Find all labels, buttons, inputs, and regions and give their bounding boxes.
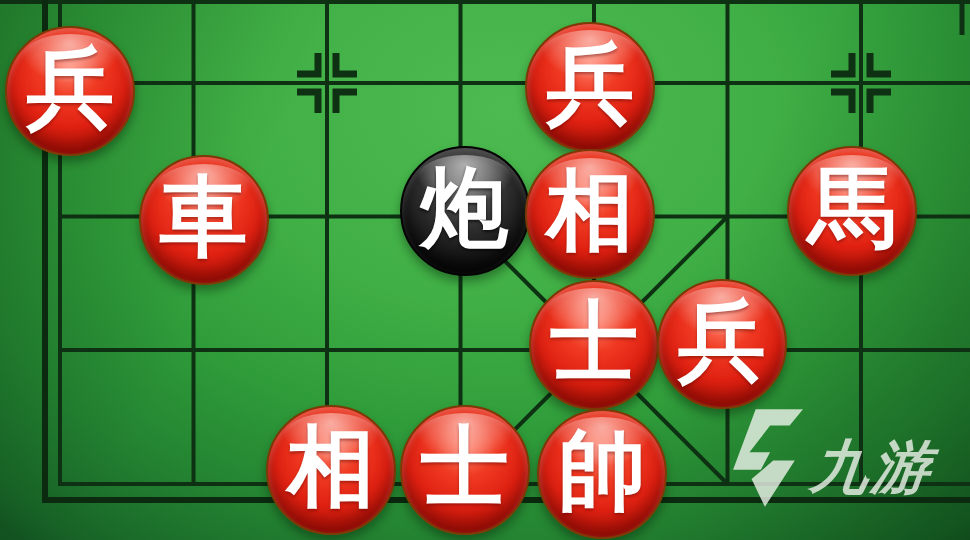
piece-glyph: 車	[160, 173, 248, 261]
piece-red-soldier-a4[interactable]: 兵	[5, 26, 135, 156]
piece-glyph: 兵	[26, 44, 114, 132]
xiangqi-board[interactable]: 兵兵車炮相馬士兵相士帥 九游	[0, 0, 970, 540]
piece-red-general-e1[interactable]: 帥	[537, 409, 667, 539]
piece-glyph: 炮	[421, 164, 509, 252]
piece-red-soldier-e4[interactable]: 兵	[525, 22, 655, 152]
piece-glyph: 士	[421, 423, 509, 511]
piece-glyph: 兵	[678, 297, 766, 385]
piece-glyph: 相	[546, 167, 634, 255]
piece-glyph: 馬	[808, 164, 896, 252]
piece-black-cannon-d3[interactable]: 炮	[400, 146, 530, 276]
piece-red-horse-g3[interactable]: 馬	[787, 146, 917, 276]
piece-red-elephant-c1[interactable]: 相	[266, 405, 396, 535]
piece-red-advisor-d1[interactable]: 士	[400, 405, 530, 535]
piece-glyph: 相	[287, 423, 375, 511]
piece-red-chariot-b3[interactable]: 車	[139, 155, 269, 285]
piece-glyph: 兵	[546, 40, 634, 128]
piece-glyph: 士	[550, 298, 638, 386]
piece-red-soldier-f2[interactable]: 兵	[657, 279, 787, 409]
piece-glyph: 帥	[558, 427, 646, 515]
piece-red-elephant-e3[interactable]: 相	[525, 149, 655, 279]
piece-red-advisor-e2[interactable]: 士	[529, 280, 659, 410]
